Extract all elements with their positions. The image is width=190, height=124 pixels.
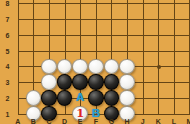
white-stone: [88, 59, 104, 75]
white-stone: [41, 59, 57, 75]
row-label: 2: [2, 94, 14, 101]
row-label: 4: [2, 63, 14, 70]
row-label: 1: [2, 110, 14, 117]
white-stone: [119, 74, 135, 90]
grid-line-horizontal: [18, 35, 190, 36]
column-label: L: [168, 118, 180, 124]
column-label: M: [183, 118, 190, 124]
column-label: K: [152, 118, 164, 124]
white-stone: [72, 59, 88, 75]
column-label: J: [137, 118, 149, 124]
black-stone: [88, 74, 104, 90]
grid-line-horizontal: [18, 51, 190, 52]
black-stone: [88, 90, 104, 106]
column-label: B: [27, 118, 39, 124]
black-stone: [57, 90, 73, 106]
black-stone: [41, 90, 57, 106]
row-label: 7: [2, 16, 14, 23]
row-label: 3: [2, 79, 14, 86]
column-label: H: [121, 118, 133, 124]
white-stone: [119, 59, 135, 75]
white-stone: [104, 59, 120, 75]
column-label: D: [59, 118, 71, 124]
grid-line-horizontal: [18, 3, 190, 4]
column-label: F: [90, 118, 102, 124]
column-label: A: [12, 118, 24, 124]
star-point: [157, 65, 161, 69]
grid-line-horizontal: [18, 19, 190, 20]
white-stone: [26, 90, 42, 106]
black-stone: [104, 90, 120, 106]
white-stone: [119, 90, 135, 106]
row-label: 5: [2, 47, 14, 54]
black-stone: [104, 74, 120, 90]
go-board[interactable]: 1AB87654321ABCDEFGHJKLM: [0, 0, 190, 124]
black-stone: [72, 74, 88, 90]
white-stone: [41, 74, 57, 90]
row-label: 8: [2, 0, 14, 7]
column-label: C: [43, 118, 55, 124]
point-label-a[interactable]: A: [76, 92, 84, 104]
black-stone: [57, 74, 73, 90]
column-label: E: [74, 118, 86, 124]
row-label: 6: [2, 31, 14, 38]
column-label: G: [105, 118, 117, 124]
white-stone: [57, 59, 73, 75]
